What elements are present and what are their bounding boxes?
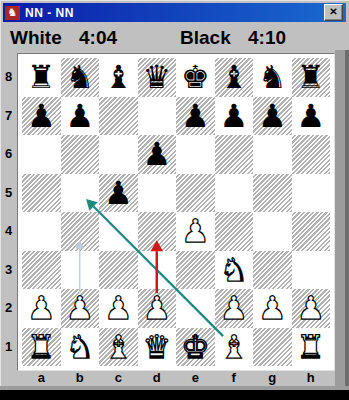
white-pawn[interactable]: ♟ xyxy=(104,289,133,327)
square-b7[interactable]: ♟ xyxy=(61,97,100,136)
file-label-e: e xyxy=(176,370,215,386)
board-grid[interactable]: ♜♞♝♛♚♝♞♜♟♟♟♟♟♟♟♟♟♞♟♟♟♟♟♟♟♜♞♝♛♚♝♜ xyxy=(22,58,330,366)
file-label-b: b xyxy=(61,370,100,386)
square-c2[interactable]: ♟ xyxy=(99,289,138,328)
file-label-f: f xyxy=(215,370,254,386)
square-e1[interactable]: ♚ xyxy=(176,328,215,367)
chess-app-window: ♞ NN - NN ✕ White 4:04 Black 4:10 876543… xyxy=(0,0,349,400)
window-right-shadow xyxy=(335,50,345,390)
square-a5[interactable] xyxy=(22,174,61,213)
white-pawn[interactable]: ♟ xyxy=(181,212,210,250)
black-queen[interactable]: ♛ xyxy=(142,58,171,96)
square-d4[interactable] xyxy=(138,212,177,251)
square-b6[interactable] xyxy=(61,135,100,174)
square-d7[interactable] xyxy=(138,97,177,136)
square-g1[interactable] xyxy=(253,328,292,367)
square-b5[interactable] xyxy=(61,174,100,213)
square-h8[interactable]: ♜ xyxy=(292,58,331,97)
square-a6[interactable] xyxy=(22,135,61,174)
square-d8[interactable]: ♛ xyxy=(138,58,177,97)
file-labels: abcdefgh xyxy=(22,370,330,386)
square-f3[interactable]: ♞ xyxy=(215,251,254,290)
white-pawn[interactable]: ♟ xyxy=(27,289,56,327)
white-pawn[interactable]: ♟ xyxy=(258,289,287,327)
rank-label-6: 6 xyxy=(1,135,16,174)
file-label-d: d xyxy=(138,370,177,386)
square-d5[interactable] xyxy=(138,174,177,213)
rank-label-8: 8 xyxy=(1,58,16,97)
rank-label-1: 1 xyxy=(1,328,16,367)
square-a4[interactable] xyxy=(22,212,61,251)
square-f8[interactable]: ♝ xyxy=(215,58,254,97)
black-clock-label: Black xyxy=(180,24,231,51)
black-pawn[interactable]: ♟ xyxy=(27,97,56,135)
square-b3[interactable] xyxy=(61,251,100,290)
square-a3[interactable] xyxy=(22,251,61,290)
square-b1[interactable]: ♞ xyxy=(61,328,100,367)
clock-bar: White 4:04 Black 4:10 xyxy=(3,24,346,51)
square-h2[interactable]: ♟ xyxy=(292,289,331,328)
white-clock-time: 4:04 xyxy=(79,24,117,51)
white-knight[interactable]: ♞ xyxy=(65,328,94,366)
square-d3[interactable] xyxy=(138,251,177,290)
white-pawn[interactable]: ♟ xyxy=(219,289,248,327)
white-knight[interactable]: ♞ xyxy=(219,251,248,289)
black-pawn[interactable]: ♟ xyxy=(65,97,94,135)
square-e7[interactable]: ♟ xyxy=(176,97,215,136)
square-g3[interactable] xyxy=(253,251,292,290)
board-frame: ♜♞♝♛♚♝♞♜♟♟♟♟♟♟♟♟♟♞♟♟♟♟♟♟♟♜♞♝♛♚♝♜ xyxy=(17,53,335,371)
file-label-c: c xyxy=(99,370,138,386)
square-c1[interactable]: ♝ xyxy=(99,328,138,367)
black-clock-time: 4:10 xyxy=(248,24,286,51)
square-c5[interactable]: ♟ xyxy=(99,174,138,213)
rank-label-2: 2 xyxy=(1,289,16,328)
rank-label-7: 7 xyxy=(1,97,16,136)
white-pawn[interactable]: ♟ xyxy=(296,289,325,327)
square-e6[interactable] xyxy=(176,135,215,174)
square-a7[interactable]: ♟ xyxy=(22,97,61,136)
square-g7[interactable]: ♟ xyxy=(253,97,292,136)
square-e2[interactable] xyxy=(176,289,215,328)
white-king[interactable]: ♚ xyxy=(181,328,210,366)
square-b2[interactable]: ♟ xyxy=(61,289,100,328)
square-a8[interactable]: ♜ xyxy=(22,58,61,97)
title-bar[interactable]: ♞ NN - NN ✕ xyxy=(3,3,346,22)
square-a2[interactable]: ♟ xyxy=(22,289,61,328)
square-g4[interactable] xyxy=(253,212,292,251)
square-h1[interactable]: ♜ xyxy=(292,328,331,367)
white-pawn[interactable]: ♟ xyxy=(142,289,171,327)
black-pawn[interactable]: ♟ xyxy=(142,135,171,173)
black-knight[interactable]: ♞ xyxy=(258,58,287,96)
square-f4[interactable] xyxy=(215,212,254,251)
square-c4[interactable] xyxy=(99,212,138,251)
square-g8[interactable]: ♞ xyxy=(253,58,292,97)
square-g2[interactable]: ♟ xyxy=(253,289,292,328)
white-rook[interactable]: ♜ xyxy=(296,328,325,366)
black-rook[interactable]: ♜ xyxy=(296,58,325,96)
rank-label-4: 4 xyxy=(1,212,16,251)
square-d1[interactable]: ♛ xyxy=(138,328,177,367)
square-f1[interactable]: ♝ xyxy=(215,328,254,367)
window-title: NN - NN xyxy=(25,6,324,20)
square-f2[interactable]: ♟ xyxy=(215,289,254,328)
white-bishop[interactable]: ♝ xyxy=(219,328,248,366)
black-pawn[interactable]: ♟ xyxy=(219,97,248,135)
square-f7[interactable]: ♟ xyxy=(215,97,254,136)
black-bishop[interactable]: ♝ xyxy=(104,58,133,96)
window-bottom-edge xyxy=(0,390,349,400)
black-knight[interactable]: ♞ xyxy=(65,58,94,96)
file-label-g: g xyxy=(253,370,292,386)
square-f5[interactable] xyxy=(215,174,254,213)
square-c6[interactable] xyxy=(99,135,138,174)
square-e4[interactable]: ♟ xyxy=(176,212,215,251)
black-pawn[interactable]: ♟ xyxy=(181,97,210,135)
white-clock-label: White xyxy=(10,24,62,51)
square-b4[interactable] xyxy=(61,212,100,251)
square-h6[interactable] xyxy=(292,135,331,174)
square-c8[interactable]: ♝ xyxy=(99,58,138,97)
black-pawn[interactable]: ♟ xyxy=(258,97,287,135)
white-rook[interactable]: ♜ xyxy=(27,328,56,366)
square-e8[interactable]: ♚ xyxy=(176,58,215,97)
file-label-h: h xyxy=(292,370,331,386)
square-e5[interactable] xyxy=(176,174,215,213)
square-g5[interactable] xyxy=(253,174,292,213)
square-f6[interactable] xyxy=(215,135,254,174)
black-pawn[interactable]: ♟ xyxy=(104,174,133,212)
black-pawn[interactable]: ♟ xyxy=(296,97,325,135)
white-queen[interactable]: ♛ xyxy=(142,328,171,366)
square-h4[interactable] xyxy=(292,212,331,251)
square-c3[interactable] xyxy=(99,251,138,290)
white-pawn[interactable]: ♟ xyxy=(65,289,94,327)
black-king[interactable]: ♚ xyxy=(181,58,210,96)
square-d2[interactable]: ♟ xyxy=(138,289,177,328)
square-h7[interactable]: ♟ xyxy=(292,97,331,136)
app-knight-icon[interactable]: ♞ xyxy=(5,6,20,20)
file-label-a: a xyxy=(22,370,61,386)
square-g6[interactable] xyxy=(253,135,292,174)
square-a1[interactable]: ♜ xyxy=(22,328,61,367)
rank-label-5: 5 xyxy=(1,174,16,213)
rank-labels: 87654321 xyxy=(1,58,16,366)
black-bishop[interactable]: ♝ xyxy=(219,58,248,96)
rank-label-3: 3 xyxy=(1,251,16,290)
square-d6[interactable]: ♟ xyxy=(138,135,177,174)
close-button[interactable]: ✕ xyxy=(324,4,343,21)
square-h3[interactable] xyxy=(292,251,331,290)
white-bishop[interactable]: ♝ xyxy=(104,328,133,366)
square-c7[interactable] xyxy=(99,97,138,136)
square-b8[interactable]: ♞ xyxy=(61,58,100,97)
window-right-edge xyxy=(345,50,349,390)
black-rook[interactable]: ♜ xyxy=(27,58,56,96)
square-e3[interactable] xyxy=(176,251,215,290)
square-h5[interactable] xyxy=(292,174,331,213)
